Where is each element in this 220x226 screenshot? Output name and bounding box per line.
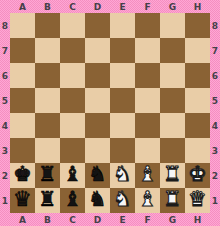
file-label-top-a: A	[10, 0, 35, 13]
square-b8[interactable]	[35, 13, 60, 38]
white-knight[interactable]: ♞	[113, 162, 132, 187]
square-h1[interactable]: ♛	[185, 188, 210, 213]
rank-label-left-7: 7	[0, 38, 10, 63]
square-h8[interactable]	[185, 13, 210, 38]
white-king[interactable]: ♚	[188, 162, 207, 187]
square-b1[interactable]: ♜	[35, 188, 60, 213]
white-rook[interactable]: ♜	[163, 187, 182, 212]
square-d1[interactable]: ♞	[85, 188, 110, 213]
black-king[interactable]: ♚	[13, 162, 32, 187]
square-a5[interactable]	[10, 88, 35, 113]
file-label-top-h: H	[185, 0, 210, 13]
square-e6[interactable]	[110, 63, 135, 88]
square-h2[interactable]: ♚	[185, 163, 210, 188]
square-d6[interactable]	[85, 63, 110, 88]
square-g7[interactable]	[160, 38, 185, 63]
file-label-top-e: E	[110, 0, 135, 13]
square-f4[interactable]	[135, 113, 160, 138]
square-d8[interactable]	[85, 13, 110, 38]
black-bishop[interactable]: ♝	[63, 187, 82, 212]
square-e7[interactable]	[110, 38, 135, 63]
square-d7[interactable]	[85, 38, 110, 63]
square-b6[interactable]	[35, 63, 60, 88]
square-h4[interactable]	[185, 113, 210, 138]
square-e8[interactable]	[110, 13, 135, 38]
corner-bottom-left	[0, 213, 10, 226]
rank-label-right-4: 4	[210, 113, 220, 138]
square-e4[interactable]	[110, 113, 135, 138]
square-f5[interactable]	[135, 88, 160, 113]
square-c6[interactable]	[60, 63, 85, 88]
square-h6[interactable]	[185, 63, 210, 88]
rank-label-left-5: 5	[0, 88, 10, 113]
file-label-top-c: C	[60, 0, 85, 13]
rank-label-right-1: 1	[210, 188, 220, 213]
chess-board-frame: ABCDEFGH8877665544332♚♜♝♞♞♝♜♚21♛♜♝♞♞♝♜♛1…	[0, 0, 220, 226]
file-label-top-b: B	[35, 0, 60, 13]
rank-label-left-3: 3	[0, 138, 10, 163]
square-a4[interactable]	[10, 113, 35, 138]
file-label-bottom-a: A	[10, 213, 35, 226]
rank-label-right-8: 8	[210, 13, 220, 38]
rank-label-right-3: 3	[210, 138, 220, 163]
rank-label-left-1: 1	[0, 188, 10, 213]
corner-bottom-right	[210, 213, 220, 226]
square-a3[interactable]	[10, 138, 35, 163]
square-e3[interactable]	[110, 138, 135, 163]
file-label-top-g: G	[160, 0, 185, 13]
square-a8[interactable]	[10, 13, 35, 38]
square-g2[interactable]: ♜	[160, 163, 185, 188]
rank-label-right-5: 5	[210, 88, 220, 113]
square-h3[interactable]	[185, 138, 210, 163]
square-d3[interactable]	[85, 138, 110, 163]
square-g1[interactable]: ♜	[160, 188, 185, 213]
square-f2[interactable]: ♝	[135, 163, 160, 188]
file-label-top-f: F	[135, 0, 160, 13]
square-e5[interactable]	[110, 88, 135, 113]
file-label-top-d: D	[85, 0, 110, 13]
square-d5[interactable]	[85, 88, 110, 113]
square-f6[interactable]	[135, 63, 160, 88]
square-c1[interactable]: ♝	[60, 188, 85, 213]
square-g3[interactable]	[160, 138, 185, 163]
rank-label-right-2: 2	[210, 163, 220, 188]
square-a6[interactable]	[10, 63, 35, 88]
file-label-bottom-c: C	[60, 213, 85, 226]
square-c2[interactable]: ♝	[60, 163, 85, 188]
file-label-bottom-b: B	[35, 213, 60, 226]
file-label-bottom-g: G	[160, 213, 185, 226]
black-knight[interactable]: ♞	[88, 162, 107, 187]
rank-label-left-6: 6	[0, 63, 10, 88]
rank-label-left-8: 8	[0, 13, 10, 38]
square-c8[interactable]	[60, 13, 85, 38]
square-a1[interactable]: ♛	[10, 188, 35, 213]
rank-label-right-6: 6	[210, 63, 220, 88]
black-rook[interactable]: ♜	[38, 187, 57, 212]
square-f1[interactable]: ♝	[135, 188, 160, 213]
square-f8[interactable]	[135, 13, 160, 38]
square-d2[interactable]: ♞	[85, 163, 110, 188]
square-h7[interactable]	[185, 38, 210, 63]
square-g8[interactable]	[160, 13, 185, 38]
black-knight[interactable]: ♞	[88, 187, 107, 212]
corner-top-right	[210, 0, 220, 13]
square-h5[interactable]	[185, 88, 210, 113]
rank-label-right-7: 7	[210, 38, 220, 63]
square-b5[interactable]	[35, 88, 60, 113]
square-c4[interactable]	[60, 113, 85, 138]
white-queen[interactable]: ♛	[188, 187, 207, 212]
square-b7[interactable]	[35, 38, 60, 63]
square-c5[interactable]	[60, 88, 85, 113]
square-b4[interactable]	[35, 113, 60, 138]
black-rook[interactable]: ♜	[38, 162, 57, 187]
file-label-bottom-e: E	[110, 213, 135, 226]
white-bishop[interactable]: ♝	[138, 162, 157, 187]
rank-label-left-4: 4	[0, 113, 10, 138]
square-b2[interactable]: ♜	[35, 163, 60, 188]
white-rook[interactable]: ♜	[163, 162, 182, 187]
square-f7[interactable]	[135, 38, 160, 63]
file-label-bottom-h: H	[185, 213, 210, 226]
black-bishop[interactable]: ♝	[63, 162, 82, 187]
white-knight[interactable]: ♞	[113, 187, 132, 212]
corner-top-left	[0, 0, 10, 13]
file-label-bottom-f: F	[135, 213, 160, 226]
white-bishop[interactable]: ♝	[138, 187, 157, 212]
file-label-bottom-d: D	[85, 213, 110, 226]
black-queen[interactable]: ♛	[13, 187, 32, 212]
square-a7[interactable]	[10, 38, 35, 63]
square-b3[interactable]	[35, 138, 60, 163]
square-e2[interactable]: ♞	[110, 163, 135, 188]
square-g6[interactable]	[160, 63, 185, 88]
square-a2[interactable]: ♚	[10, 163, 35, 188]
rank-label-left-2: 2	[0, 163, 10, 188]
square-g5[interactable]	[160, 88, 185, 113]
square-f3[interactable]	[135, 138, 160, 163]
square-c3[interactable]	[60, 138, 85, 163]
square-g4[interactable]	[160, 113, 185, 138]
square-e1[interactable]: ♞	[110, 188, 135, 213]
square-c7[interactable]	[60, 38, 85, 63]
square-d4[interactable]	[85, 113, 110, 138]
